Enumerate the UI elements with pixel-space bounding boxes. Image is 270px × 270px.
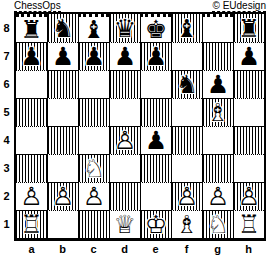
square-d6[interactable] (109, 70, 140, 98)
square-f4[interactable] (171, 126, 202, 154)
square-g3[interactable] (202, 154, 233, 182)
square-b6[interactable] (47, 70, 78, 98)
square-c4[interactable] (78, 126, 109, 154)
square-g7[interactable] (202, 42, 233, 70)
piece-black-knight: ♞♞ (48, 14, 78, 42)
square-a8[interactable]: ♜♜ (16, 14, 47, 42)
square-d8[interactable]: ♛♛ (109, 14, 140, 42)
square-e7[interactable]: ♟♟ (140, 42, 171, 70)
piece-black-bishop: ♝♝ (172, 14, 202, 42)
square-b1[interactable] (47, 210, 78, 238)
square-b2[interactable]: ♟♙ (47, 182, 78, 210)
square-a4[interactable] (16, 126, 47, 154)
piece-white-king: ♚♔ (141, 211, 171, 238)
square-c5[interactable] (78, 98, 109, 126)
piece-white-bishop: ♝♗ (172, 211, 202, 238)
square-f7[interactable] (171, 42, 202, 70)
square-d5[interactable] (109, 98, 140, 126)
piece-white-rook: ♜♖ (234, 211, 264, 238)
piece-black-pawn: ♟♟ (16, 43, 47, 70)
piece-black-rook: ♜♜ (234, 14, 264, 42)
piece-white-rook: ♜♖ (16, 211, 47, 238)
square-g8[interactable] (202, 14, 233, 42)
square-f3[interactable] (171, 154, 202, 182)
square-e4[interactable]: ♟♟ (140, 126, 171, 154)
square-f8[interactable]: ♝♝ (171, 14, 202, 42)
chessops-window: ChessOps © EUdesign 87654321 ♜♜♞♞♝♝♛♛♚♚♝… (0, 0, 270, 270)
square-g2[interactable]: ♟♙ (202, 182, 233, 210)
square-c7[interactable]: ♟♟ (78, 42, 109, 70)
square-h7[interactable]: ♟♟ (233, 42, 264, 70)
square-h6[interactable] (233, 70, 264, 98)
rank-label-1: 1 (0, 210, 13, 238)
square-h4[interactable] (233, 126, 264, 154)
square-a3[interactable] (16, 154, 47, 182)
file-label-g: g (202, 242, 233, 256)
rank-label-5: 5 (0, 98, 13, 126)
square-e1[interactable]: ♚♔ (140, 210, 171, 238)
square-d2[interactable] (109, 182, 140, 210)
square-g1[interactable]: ♞♘ (202, 210, 233, 238)
piece-black-king: ♚♚ (141, 17, 171, 42)
piece-white-pawn: ♟♙ (110, 127, 140, 154)
piece-black-queen: ♛♛ (110, 14, 140, 42)
piece-white-pawn: ♟♙ (16, 183, 47, 210)
square-c8[interactable]: ♝♝ (78, 14, 109, 42)
square-b7[interactable]: ♟♟ (47, 42, 78, 70)
rank-label-2: 2 (0, 182, 13, 210)
credit-text: © EUdesign (212, 0, 266, 12)
square-c3[interactable]: ♞♘ (78, 154, 109, 182)
square-b8[interactable]: ♞♞ (47, 14, 78, 42)
square-h1[interactable]: ♜♖ (233, 210, 264, 238)
piece-white-pawn: ♟♙ (79, 183, 109, 210)
square-e2[interactable] (140, 182, 171, 210)
square-g4[interactable] (202, 126, 233, 154)
board: ♜♜♞♞♝♝♛♛♚♚♝♝♜♜♟♟♟♟♟♟♟♟♟♟♟♟♞♞♟♟♝♗♟♙♟♟♞♘♟♙… (14, 12, 266, 241)
square-g6[interactable]: ♟♟ (202, 70, 233, 98)
rank-label-3: 3 (0, 154, 13, 182)
piece-white-pawn: ♟♙ (48, 183, 78, 210)
piece-black-pawn: ♟♟ (79, 43, 109, 70)
square-h2[interactable]: ♟♙ (233, 182, 264, 210)
piece-black-pawn: ♟♟ (203, 71, 233, 98)
piece-black-pawn: ♟♟ (234, 43, 264, 70)
square-b5[interactable] (47, 98, 78, 126)
piece-black-bishop: ♝♝ (79, 17, 109, 42)
square-e5[interactable] (140, 98, 171, 126)
rank-label-7: 7 (0, 42, 13, 70)
file-label-e: e (140, 242, 171, 256)
square-h3[interactable] (233, 154, 264, 182)
square-c1[interactable] (78, 210, 109, 238)
square-h5[interactable] (233, 98, 264, 126)
square-b3[interactable] (47, 154, 78, 182)
square-f5[interactable] (171, 98, 202, 126)
piece-black-pawn: ♟♟ (141, 43, 171, 70)
piece-black-knight: ♞♞ (172, 71, 202, 98)
app-title: ChessOps (14, 0, 61, 12)
piece-white-knight: ♞♘ (203, 211, 233, 238)
square-f6[interactable]: ♞♞ (171, 70, 202, 98)
square-e6[interactable] (140, 70, 171, 98)
piece-white-knight: ♞♘ (79, 155, 109, 182)
piece-white-pawn: ♟♙ (203, 183, 233, 210)
square-d3[interactable] (109, 154, 140, 182)
file-label-d: d (109, 242, 140, 256)
file-label-h: h (233, 242, 264, 256)
piece-black-pawn: ♟♟ (141, 127, 171, 154)
piece-white-bishop: ♝♗ (203, 99, 233, 126)
square-a1[interactable]: ♜♖ (16, 210, 47, 238)
square-h8[interactable]: ♜♜ (233, 14, 264, 42)
square-e8[interactable]: ♚♚ (140, 14, 171, 42)
file-label-c: c (78, 242, 109, 256)
piece-black-rook: ♜♜ (16, 17, 47, 42)
file-label-b: b (47, 242, 78, 256)
piece-white-queen: ♛♕ (110, 211, 140, 238)
square-b4[interactable] (47, 126, 78, 154)
square-g5[interactable]: ♝♗ (202, 98, 233, 126)
square-d7[interactable]: ♟♟ (109, 42, 140, 70)
piece-white-pawn: ♟♙ (234, 183, 264, 210)
square-f1[interactable]: ♝♗ (171, 210, 202, 238)
square-a6[interactable] (16, 70, 47, 98)
rank-label-8: 8 (0, 14, 13, 42)
file-label-a: a (16, 242, 47, 256)
square-d1[interactable]: ♛♕ (109, 210, 140, 238)
square-e3[interactable] (140, 154, 171, 182)
file-labels: abcdefgh (16, 242, 264, 256)
square-a5[interactable] (16, 98, 47, 126)
square-c2[interactable]: ♟♙ (78, 182, 109, 210)
piece-black-pawn: ♟♟ (110, 43, 140, 70)
rank-label-4: 4 (0, 126, 13, 154)
rank-label-6: 6 (0, 70, 13, 98)
file-label-f: f (171, 242, 202, 256)
square-d4[interactable]: ♟♙ (109, 126, 140, 154)
square-c6[interactable] (78, 70, 109, 98)
piece-black-pawn: ♟♟ (48, 43, 78, 70)
rank-labels: 87654321 (0, 14, 13, 238)
square-a2[interactable]: ♟♙ (16, 182, 47, 210)
square-f2[interactable]: ♟♙ (171, 182, 202, 210)
square-a7[interactable]: ♟♟ (16, 42, 47, 70)
piece-white-pawn: ♟♙ (172, 183, 202, 210)
